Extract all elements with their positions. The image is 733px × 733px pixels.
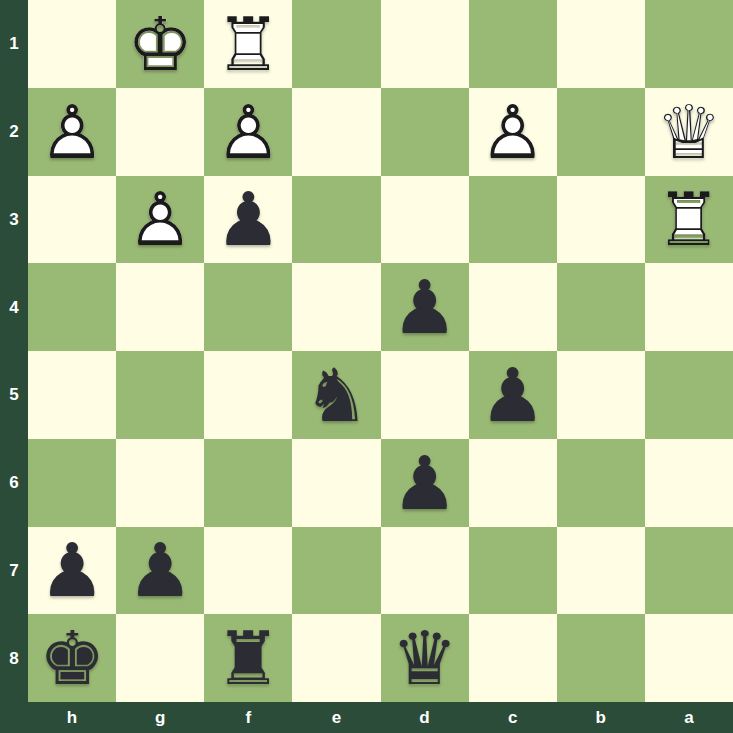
square-d4[interactable]: ♟ xyxy=(381,263,469,351)
piece-black-pawn[interactable]: ♟ xyxy=(116,527,204,615)
file-label-e: e xyxy=(292,702,380,733)
square-a1[interactable] xyxy=(645,0,733,88)
square-h7[interactable]: ♟ xyxy=(28,527,116,615)
piece-white-pawn[interactable]: ♙ xyxy=(204,88,292,176)
square-a6[interactable] xyxy=(645,439,733,527)
piece-black-pawn[interactable]: ♟ xyxy=(469,351,557,439)
square-h6[interactable] xyxy=(28,439,116,527)
piece-white-rook[interactable]: ♖ xyxy=(645,176,733,264)
piece-white-pawn[interactable]: ♙ xyxy=(116,176,204,264)
piece-white-rook[interactable]: ♖ xyxy=(204,0,292,88)
rank-label-5: 5 xyxy=(0,351,28,439)
file-label-b: b xyxy=(557,702,645,733)
file-label-h: h xyxy=(28,702,116,733)
square-f7[interactable] xyxy=(204,527,292,615)
rank-label-6: 6 xyxy=(0,439,28,527)
square-f6[interactable] xyxy=(204,439,292,527)
square-f4[interactable] xyxy=(204,263,292,351)
square-a5[interactable] xyxy=(645,351,733,439)
square-e2[interactable] xyxy=(292,88,380,176)
piece-white-pawn[interactable]: ♙ xyxy=(28,88,116,176)
file-label-a: a xyxy=(645,702,733,733)
square-c3[interactable] xyxy=(469,176,557,264)
square-h5[interactable] xyxy=(28,351,116,439)
square-g5[interactable] xyxy=(116,351,204,439)
square-a2[interactable]: ♕ xyxy=(645,88,733,176)
square-f3[interactable]: ♟ xyxy=(204,176,292,264)
piece-black-pawn[interactable]: ♟ xyxy=(381,263,469,351)
square-g4[interactable] xyxy=(116,263,204,351)
piece-white-king[interactable]: ♔ xyxy=(116,0,204,88)
square-c1[interactable] xyxy=(469,0,557,88)
rank-labels: 12345678 xyxy=(0,0,28,702)
chess-board: ♔♖♙♙♙♕♙♟♖♟♞♟♟♟♟♚♜♛ xyxy=(28,0,733,702)
piece-black-knight[interactable]: ♞ xyxy=(292,351,380,439)
rank-label-8: 8 xyxy=(0,614,28,702)
rank-label-3: 3 xyxy=(0,176,28,264)
square-f5[interactable] xyxy=(204,351,292,439)
square-e3[interactable] xyxy=(292,176,380,264)
square-c2[interactable]: ♙ xyxy=(469,88,557,176)
chess-board-frame: 12345678 ♔♖♙♙♙♕♙♟♖♟♞♟♟♟♟♚♜♛ hgfedcba xyxy=(0,0,733,733)
square-a8[interactable] xyxy=(645,614,733,702)
square-g2[interactable] xyxy=(116,88,204,176)
file-label-c: c xyxy=(469,702,557,733)
square-b7[interactable] xyxy=(557,527,645,615)
rank-label-1: 1 xyxy=(0,0,28,88)
piece-black-pawn[interactable]: ♟ xyxy=(28,527,116,615)
rank-label-2: 2 xyxy=(0,88,28,176)
square-b6[interactable] xyxy=(557,439,645,527)
piece-black-rook[interactable]: ♜ xyxy=(204,614,292,702)
square-g1[interactable]: ♔ xyxy=(116,0,204,88)
square-g8[interactable] xyxy=(116,614,204,702)
square-b8[interactable] xyxy=(557,614,645,702)
square-e5[interactable]: ♞ xyxy=(292,351,380,439)
square-c7[interactable] xyxy=(469,527,557,615)
square-g7[interactable]: ♟ xyxy=(116,527,204,615)
square-a4[interactable] xyxy=(645,263,733,351)
square-b1[interactable] xyxy=(557,0,645,88)
piece-white-pawn[interactable]: ♙ xyxy=(469,88,557,176)
piece-black-pawn[interactable]: ♟ xyxy=(204,176,292,264)
piece-black-pawn[interactable]: ♟ xyxy=(381,439,469,527)
square-c6[interactable] xyxy=(469,439,557,527)
square-d1[interactable] xyxy=(381,0,469,88)
square-h2[interactable]: ♙ xyxy=(28,88,116,176)
piece-white-queen[interactable]: ♕ xyxy=(645,88,733,176)
rank-label-4: 4 xyxy=(0,263,28,351)
square-h3[interactable] xyxy=(28,176,116,264)
square-d6[interactable]: ♟ xyxy=(381,439,469,527)
piece-black-queen[interactable]: ♛ xyxy=(381,614,469,702)
square-d8[interactable]: ♛ xyxy=(381,614,469,702)
square-f1[interactable]: ♖ xyxy=(204,0,292,88)
square-h4[interactable] xyxy=(28,263,116,351)
file-label-d: d xyxy=(381,702,469,733)
square-e4[interactable] xyxy=(292,263,380,351)
square-a7[interactable] xyxy=(645,527,733,615)
square-c5[interactable]: ♟ xyxy=(469,351,557,439)
square-b4[interactable] xyxy=(557,263,645,351)
board-bottom-border: hgfedcba xyxy=(0,702,733,733)
square-f8[interactable]: ♜ xyxy=(204,614,292,702)
file-label-g: g xyxy=(116,702,204,733)
square-b5[interactable] xyxy=(557,351,645,439)
square-c4[interactable] xyxy=(469,263,557,351)
square-b3[interactable] xyxy=(557,176,645,264)
rank-label-7: 7 xyxy=(0,527,28,615)
square-e1[interactable] xyxy=(292,0,380,88)
square-e7[interactable] xyxy=(292,527,380,615)
square-c8[interactable] xyxy=(469,614,557,702)
board-left-border: 12345678 xyxy=(0,0,28,733)
square-e6[interactable] xyxy=(292,439,380,527)
file-labels: hgfedcba xyxy=(28,702,733,733)
square-e8[interactable] xyxy=(292,614,380,702)
square-d3[interactable] xyxy=(381,176,469,264)
file-label-f: f xyxy=(204,702,292,733)
square-a3[interactable]: ♖ xyxy=(645,176,733,264)
square-b2[interactable] xyxy=(557,88,645,176)
square-f2[interactable]: ♙ xyxy=(204,88,292,176)
square-d5[interactable] xyxy=(381,351,469,439)
square-g6[interactable] xyxy=(116,439,204,527)
square-h1[interactable] xyxy=(28,0,116,88)
square-d2[interactable] xyxy=(381,88,469,176)
square-g3[interactable]: ♙ xyxy=(116,176,204,264)
square-d7[interactable] xyxy=(381,527,469,615)
piece-black-king[interactable]: ♚ xyxy=(28,614,116,702)
square-h8[interactable]: ♚ xyxy=(28,614,116,702)
